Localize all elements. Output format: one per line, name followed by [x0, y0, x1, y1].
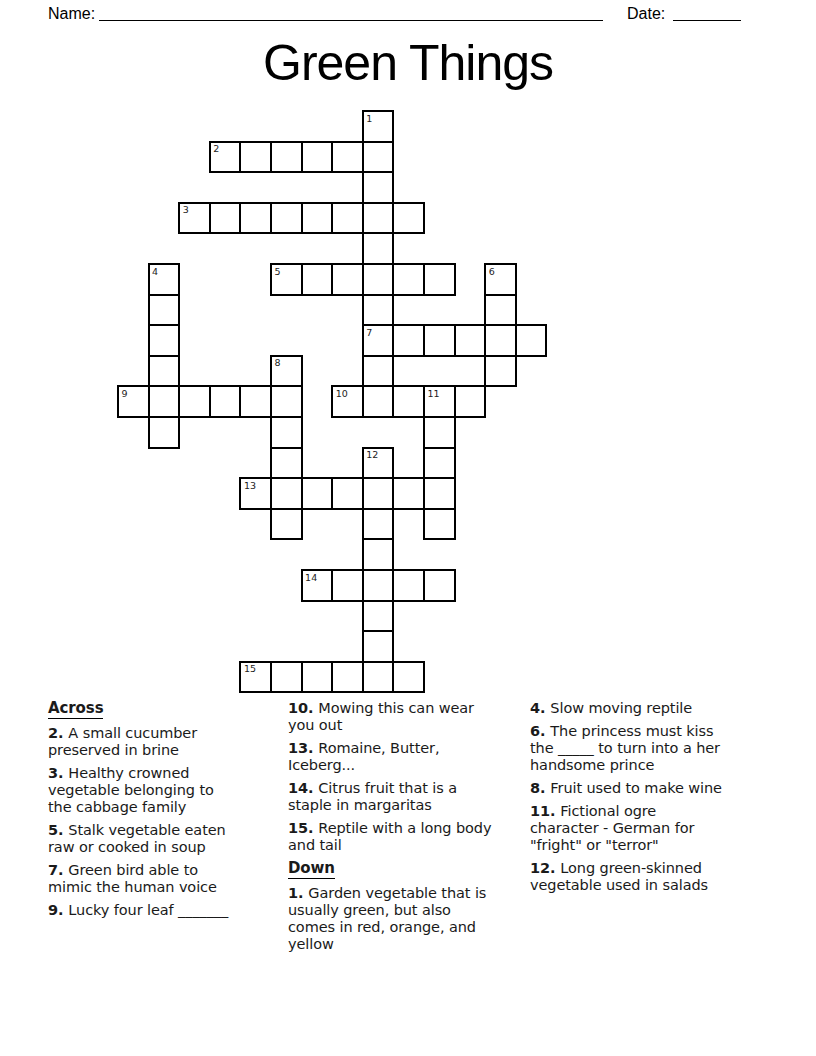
across-header: Across [48, 700, 240, 719]
grid-cell-r8c5[interactable]: 8 [270, 355, 303, 388]
date-label: Date: [627, 4, 665, 23]
grid-cell-r9c9[interactable] [392, 385, 425, 418]
grid-cell-r3c4[interactable] [239, 202, 272, 235]
clue-A14: 14. Citrus fruit that is a staple in mar… [288, 780, 500, 814]
clue-number: 9. [48, 902, 68, 918]
grid-cell-r18c4[interactable]: 15 [239, 661, 272, 694]
cell-number-11: 11 [428, 388, 440, 399]
clue-number: 7. [48, 862, 68, 878]
clue-number: 11. [530, 803, 560, 819]
grid-cell-r8c1[interactable] [148, 355, 181, 388]
grid-cell-r4c8[interactable] [362, 232, 395, 265]
clue-column-2: 10. Mowing this can wear you out13. Roma… [288, 700, 500, 959]
grid-cell-r5c6[interactable] [301, 263, 334, 296]
name-input-line[interactable] [99, 5, 603, 21]
cell-number-14: 14 [305, 572, 317, 583]
clue-A2: 2. A small cucumber preserved in brine [48, 725, 240, 759]
grid-cell-r15c9[interactable] [392, 569, 425, 602]
clue-number: 1. [288, 885, 308, 901]
grid-cell-r14c8[interactable] [362, 538, 395, 571]
clue-D6: 6. The princess must kiss the _____ to t… [530, 723, 726, 774]
cell-number-12: 12 [366, 449, 378, 460]
grid-cell-r5c8[interactable] [362, 263, 395, 296]
cell-number-5: 5 [275, 266, 281, 277]
cell-number-9: 9 [122, 388, 128, 399]
grid-cell-r3c2[interactable]: 3 [178, 202, 211, 235]
clue-column-1: Across2. A small cucumber preserved in b… [48, 700, 240, 925]
grid-cell-r7c9[interactable] [392, 324, 425, 357]
grid-cell-r9c7[interactable]: 10 [331, 385, 364, 418]
grid-cell-r3c3[interactable] [209, 202, 242, 235]
grid-cell-r12c9[interactable] [392, 477, 425, 510]
down-header: Down [288, 860, 500, 879]
grid-cell-r7c1[interactable] [148, 324, 181, 357]
grid-cell-r12c6[interactable] [301, 477, 334, 510]
grid-cell-r6c12[interactable] [484, 294, 517, 327]
grid-cell-r9c0[interactable]: 9 [117, 385, 150, 418]
grid-cell-r2c8[interactable] [362, 171, 395, 204]
grid-cell-r8c12[interactable] [484, 355, 517, 388]
grid-cell-r7c12[interactable] [484, 324, 517, 357]
grid-cell-r3c9[interactable] [392, 202, 425, 235]
grid-cell-r15c6[interactable]: 14 [301, 569, 334, 602]
grid-cell-r18c9[interactable] [392, 661, 425, 694]
grid-cell-r11c5[interactable] [270, 447, 303, 480]
clue-D11: 11. Fictional ogre character - German fo… [530, 803, 726, 854]
grid-cell-r5c9[interactable] [392, 263, 425, 296]
grid-cell-r15c10[interactable] [423, 569, 456, 602]
grid-cell-r10c5[interactable] [270, 416, 303, 449]
grid-cell-r9c10[interactable]: 11 [423, 385, 456, 418]
grid-cell-r6c8[interactable] [362, 294, 395, 327]
grid-cell-r7c10[interactable] [423, 324, 456, 357]
grid-cell-r11c8[interactable]: 12 [362, 447, 395, 480]
cell-number-6: 6 [489, 266, 495, 277]
grid-cell-r7c8[interactable]: 7 [362, 324, 395, 357]
clue-number: 8. [530, 780, 550, 796]
clue-number: 3. [48, 765, 68, 781]
grid-cell-r3c6[interactable] [301, 202, 334, 235]
clue-column-3: 4. Slow moving reptile6. The princess mu… [530, 700, 726, 900]
grid-cell-r9c5[interactable] [270, 385, 303, 418]
clue-A13: 13. Romaine, Butter, Iceberg... [288, 740, 500, 774]
grid-cell-r3c7[interactable] [331, 202, 364, 235]
grid-cell-r5c10[interactable] [423, 263, 456, 296]
clue-A3: 3. Healthy crowned vegetable belonging t… [48, 765, 240, 816]
grid-cell-r15c8[interactable] [362, 569, 395, 602]
grid-cell-r5c1[interactable]: 4 [148, 263, 181, 296]
clue-number: 12. [530, 860, 560, 876]
grid-cell-r12c4[interactable]: 13 [239, 477, 272, 510]
grid-cell-r18c8[interactable] [362, 661, 395, 694]
clue-D4: 4. Slow moving reptile [530, 700, 726, 717]
date-input-line[interactable] [673, 5, 741, 21]
grid-cell-r1c4[interactable] [239, 141, 272, 174]
cell-number-4: 4 [152, 266, 158, 277]
grid-cell-r18c7[interactable] [331, 661, 364, 694]
grid-cell-r8c8[interactable] [362, 355, 395, 388]
grid-cell-r13c5[interactable] [270, 508, 303, 541]
cell-number-13: 13 [244, 480, 256, 491]
grid-cell-r1c5[interactable] [270, 141, 303, 174]
clue-number: 10. [288, 700, 318, 716]
grid-cell-r18c6[interactable] [301, 661, 334, 694]
grid-cell-r7c13[interactable] [515, 324, 548, 357]
clue-number: 15. [288, 820, 318, 836]
grid-cell-r12c10[interactable] [423, 477, 456, 510]
cell-number-7: 7 [366, 327, 372, 338]
clue-number: 13. [288, 740, 318, 756]
grid-cell-r5c12[interactable]: 6 [484, 263, 517, 296]
name-label: Name: [48, 4, 95, 23]
grid-cell-r11c10[interactable] [423, 447, 456, 480]
grid-cell-r0c8[interactable]: 1 [362, 110, 395, 143]
grid-cell-r1c7[interactable] [331, 141, 364, 174]
clue-A7: 7. Green bird able to mimic the human vo… [48, 862, 240, 896]
cell-number-3: 3 [183, 204, 189, 215]
cell-number-15: 15 [244, 663, 256, 674]
clue-number: 5. [48, 822, 68, 838]
grid-cell-r13c10[interactable] [423, 508, 456, 541]
cell-number-1: 1 [366, 113, 372, 124]
grid-cell-r9c11[interactable] [454, 385, 487, 418]
clue-D1: 1. Garden vegetable that is usually gree… [288, 885, 500, 953]
grid-cell-r10c1[interactable] [148, 416, 181, 449]
puzzle-title: Green Things [0, 33, 816, 93]
grid-cell-r5c7[interactable] [331, 263, 364, 296]
grid-cell-r3c8[interactable] [362, 202, 395, 235]
clue-D12: 12. Long green-skinned vegetable used in… [530, 860, 726, 894]
grid-cell-r1c8[interactable] [362, 141, 395, 174]
cell-number-10: 10 [336, 388, 348, 399]
clue-A5: 5. Stalk vegetable eaten raw or cooked i… [48, 822, 240, 856]
cell-number-8: 8 [275, 357, 281, 368]
grid-cell-r9c8[interactable] [362, 385, 395, 418]
clue-A15: 15. Reptile with a long body and tail [288, 820, 500, 854]
grid-cell-r9c3[interactable] [209, 385, 242, 418]
crossword-grid: 123456789101112131415 [117, 110, 549, 705]
grid-cell-r15c7[interactable] [331, 569, 364, 602]
grid-cell-r9c4[interactable] [239, 385, 272, 418]
grid-cell-r6c1[interactable] [148, 294, 181, 327]
grid-cell-r17c8[interactable] [362, 630, 395, 663]
clue-A10: 10. Mowing this can wear you out [288, 700, 500, 734]
clue-number: 4. [530, 700, 550, 716]
grid-cell-r12c7[interactable] [331, 477, 364, 510]
grid-cell-r7c11[interactable] [454, 324, 487, 357]
grid-cell-r12c8[interactable] [362, 477, 395, 510]
clue-number: 2. [48, 725, 68, 741]
grid-cell-r9c2[interactable] [178, 385, 211, 418]
grid-cell-r10c10[interactable] [423, 416, 456, 449]
clue-A9: 9. Lucky four leaf _______ [48, 902, 240, 919]
clue-D8: 8. Fruit used to make wine [530, 780, 726, 797]
grid-cell-r5c5[interactable]: 5 [270, 263, 303, 296]
clue-number: 6. [530, 723, 550, 739]
cell-number-2: 2 [213, 143, 219, 154]
grid-cell-r18c5[interactable] [270, 661, 303, 694]
grid-cell-r1c3[interactable]: 2 [209, 141, 242, 174]
grid-cell-r1c6[interactable] [301, 141, 334, 174]
grid-cell-r3c5[interactable] [270, 202, 303, 235]
clue-number: 14. [288, 780, 318, 796]
grid-cell-r12c5[interactable] [270, 477, 303, 510]
grid-cell-r9c1[interactable] [148, 385, 181, 418]
grid-cell-r16c8[interactable] [362, 600, 395, 633]
grid-cell-r13c8[interactable] [362, 508, 395, 541]
